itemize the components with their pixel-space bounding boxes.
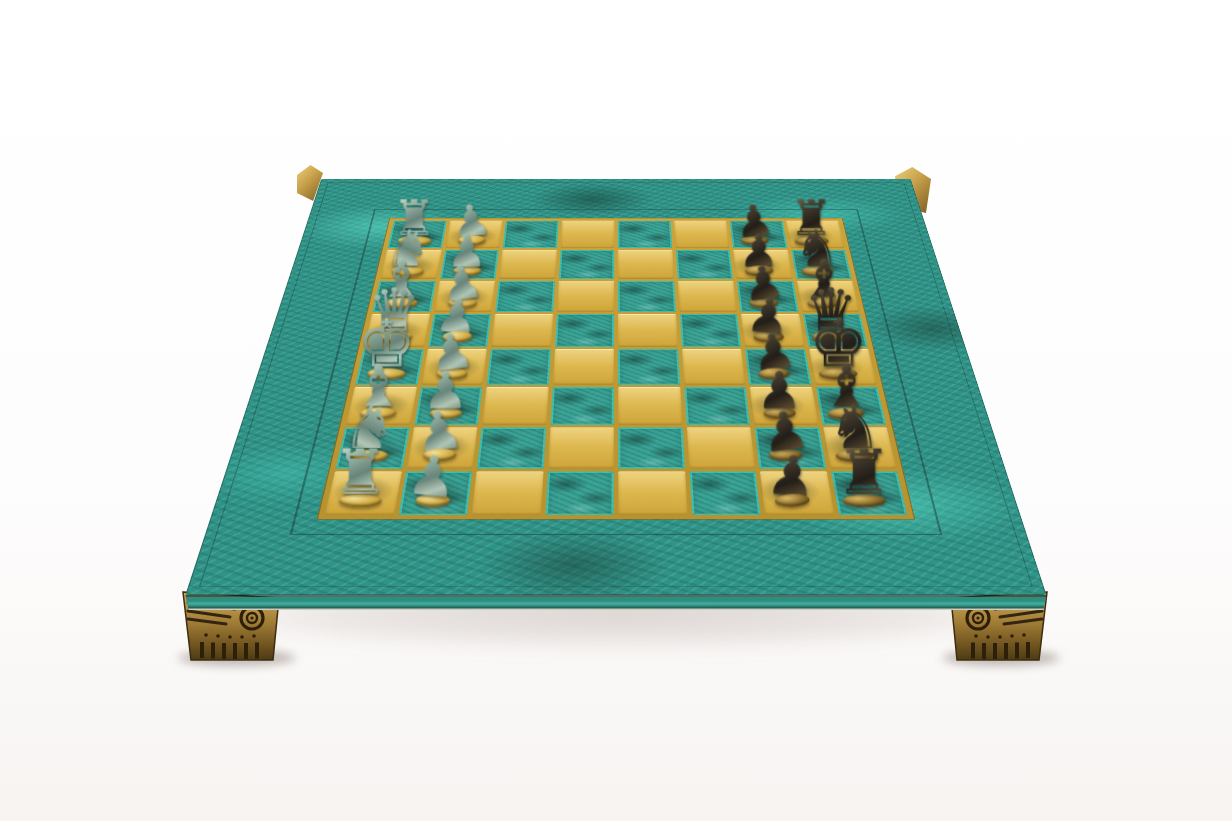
product-photo-stage: ♜♞♝♛♚♝♞♜♟♟♟♟♟♟♟♟♟♟♟♟♟♟♟♟♜♞♝♛♚♝♞♜ xyxy=(0,0,1232,821)
pawn-icon: ♟ xyxy=(405,448,459,504)
board-front-edge xyxy=(185,595,1046,610)
pieces-layer: ♜♞♝♛♚♝♞♜♟♟♟♟♟♟♟♟♟♟♟♟♟♟♟♟♜♞♝♛♚♝♞♜ xyxy=(185,179,1046,595)
board-3d-scene: ♜♞♝♛♚♝♞♜♟♟♟♟♟♟♟♟♟♟♟♟♟♟♟♟♜♞♝♛♚♝♞♜ xyxy=(0,0,1232,821)
rook-icon: ♜ xyxy=(836,444,892,501)
chess-board: ♜♞♝♛♚♝♞♜♟♟♟♟♟♟♟♟♟♟♟♟♟♟♟♟♜♞♝♛♚♝♞♜ xyxy=(185,179,1046,595)
rook-icon: ♜ xyxy=(333,444,389,501)
